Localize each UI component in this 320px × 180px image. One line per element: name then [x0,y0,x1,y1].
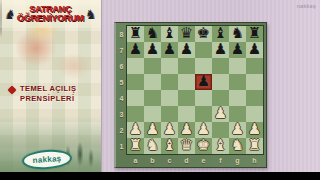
dvd-cover-panel: ♞ SATRANÇ ÖĞRENİYORUM ♞ TEMEL AÇILIŞ PRE… [0,0,102,174]
square-g8[interactable]: ♞ [229,26,246,42]
square-b3[interactable] [144,106,161,122]
black-pawn-piece: ♟ [231,42,244,57]
rank-label-4: 4 [116,90,127,106]
black-pawn-piece: ♟ [197,74,210,89]
file-label-f: f [212,154,229,167]
square-a7[interactable]: ♟ [127,42,144,58]
black-knight-piece: ♞ [146,26,159,41]
white-king-piece: ♚ [197,138,210,153]
square-f5[interactable] [212,74,229,90]
square-a4[interactable] [127,90,144,106]
square-d2[interactable]: ♟ [178,122,195,138]
black-pawn-piece: ♟ [146,42,159,57]
white-pawn-piece: ♟ [180,122,193,137]
letterbox-bar [0,172,320,180]
square-a6[interactable] [127,58,144,74]
black-pawn-piece: ♟ [248,42,261,57]
cover-subtitle-line1: TEMEL AÇILIŞ [20,84,76,94]
video-frame: ♞ SATRANÇ ÖĞRENİYORUM ♞ TEMEL AÇILIŞ PRE… [0,0,320,180]
square-a5[interactable] [127,74,144,90]
square-e4[interactable] [195,90,212,106]
rank-label-3: 3 [116,106,127,122]
square-a1[interactable]: ♜ [127,138,144,154]
file-label-d: d [178,154,195,167]
square-f3[interactable]: ♟ [212,106,229,122]
black-pawn-piece: ♟ [163,42,176,57]
knight-icon-right: ♞ [85,8,97,21]
square-f8[interactable]: ♝ [212,26,229,42]
black-pawn-piece: ♟ [180,42,193,57]
white-rook-piece: ♜ [248,138,261,153]
square-f7[interactable]: ♟ [212,42,229,58]
square-c1[interactable]: ♝ [161,138,178,154]
square-b4[interactable] [144,90,161,106]
black-knight-piece: ♞ [231,26,244,41]
square-b8[interactable]: ♞ [144,26,161,42]
square-d4[interactable] [178,90,195,106]
square-h2[interactable]: ♟ [246,122,263,138]
square-e3[interactable] [195,106,212,122]
square-h7[interactable]: ♟ [246,42,263,58]
square-c6[interactable] [161,58,178,74]
square-g6[interactable] [229,58,246,74]
square-a3[interactable] [127,106,144,122]
square-g3[interactable] [229,106,246,122]
square-h5[interactable] [246,74,263,90]
square-g5[interactable] [229,74,246,90]
square-h4[interactable] [246,90,263,106]
white-pawn-piece: ♟ [163,122,176,137]
square-e8[interactable]: ♚ [195,26,212,42]
square-b2[interactable]: ♟ [144,122,161,138]
square-c5[interactable] [161,74,178,90]
square-e1[interactable]: ♚ [195,138,212,154]
square-d8[interactable]: ♛ [178,26,195,42]
square-g4[interactable] [229,90,246,106]
square-d6[interactable] [178,58,195,74]
file-label-b: b [144,154,161,167]
square-d3[interactable] [178,106,195,122]
square-g1[interactable]: ♞ [229,138,246,154]
white-rook-piece: ♜ [129,138,142,153]
white-pawn-piece: ♟ [197,122,210,137]
white-pawn-piece: ♟ [146,122,159,137]
square-f6[interactable] [212,58,229,74]
chess-board: 87654321 ♜♞♝♛♚♝♞♜♟♟♟♟♟♟♟♟♟♟♟♟♟♟♟♟♜♞♝♛♚♝♞… [114,22,267,168]
square-b5[interactable] [144,74,161,90]
rank-labels: 87654321 [116,26,127,154]
black-queen-piece: ♛ [180,26,193,41]
square-f2[interactable] [212,122,229,138]
publisher-logo-text: nakkaş [32,154,61,165]
square-b6[interactable] [144,58,161,74]
square-c8[interactable]: ♝ [161,26,178,42]
square-f4[interactable] [212,90,229,106]
rank-label-8: 8 [116,26,127,42]
square-c3[interactable] [161,106,178,122]
rank-label-6: 6 [116,58,127,74]
square-h6[interactable] [246,58,263,74]
square-e5[interactable]: ♟ [195,74,212,90]
cover-subtitle-line2: PRENSİPLERİ [20,94,76,104]
square-b7[interactable]: ♟ [144,42,161,58]
square-h8[interactable]: ♜ [246,26,263,42]
square-f1[interactable]: ♝ [212,138,229,154]
watermark-text: nakkaş [297,3,316,10]
square-g2[interactable]: ♟ [229,122,246,138]
black-bishop-piece: ♝ [214,26,227,41]
white-pawn-piece: ♟ [214,106,227,121]
white-queen-piece: ♛ [180,138,193,153]
square-h1[interactable]: ♜ [246,138,263,154]
square-c7[interactable]: ♟ [161,42,178,58]
board-grid: ♜♞♝♛♚♝♞♜♟♟♟♟♟♟♟♟♟♟♟♟♟♟♟♟♜♞♝♛♚♝♞♜ [127,26,263,154]
file-label-c: c [161,154,178,167]
square-e7[interactable] [195,42,212,58]
cover-subtitle: TEMEL AÇILIŞ PRENSİPLERİ [9,84,76,104]
cover-title-line2: ÖĞRENİYORUM [17,14,84,23]
diamond-bullet-icon [8,86,16,94]
white-knight-piece: ♞ [146,138,159,153]
cover-title-band: ♞ SATRANÇ ÖĞRENİYORUM ♞ [0,0,101,28]
white-bishop-piece: ♝ [214,138,227,153]
square-h3[interactable] [246,106,263,122]
rank-label-5: 5 [116,74,127,90]
file-label-e: e [195,154,212,167]
square-e6[interactable] [195,58,212,74]
white-pawn-piece: ♟ [248,122,261,137]
rank-label-1: 1 [116,138,127,154]
file-label-h: h [246,154,263,167]
white-knight-piece: ♞ [231,138,244,153]
black-rook-piece: ♜ [129,26,142,41]
square-g7[interactable]: ♟ [229,42,246,58]
square-a8[interactable]: ♜ [127,26,144,42]
file-label-g: g [229,154,246,167]
square-c4[interactable] [161,90,178,106]
knight-icon-left: ♞ [4,8,16,21]
square-d7[interactable]: ♟ [178,42,195,58]
white-pawn-piece: ♟ [231,122,244,137]
white-bishop-piece: ♝ [163,138,176,153]
file-label-a: a [127,154,144,167]
square-c2[interactable]: ♟ [161,122,178,138]
cover-title: SATRANÇ ÖĞRENİYORUM [17,5,84,24]
square-a2[interactable]: ♟ [127,122,144,138]
square-b1[interactable]: ♞ [144,138,161,154]
square-e2[interactable]: ♟ [195,122,212,138]
black-pawn-piece: ♟ [214,42,227,57]
file-labels: abcdefgh [127,154,263,167]
black-rook-piece: ♜ [248,26,261,41]
square-d1[interactable]: ♛ [178,138,195,154]
black-bishop-piece: ♝ [163,26,176,41]
rank-label-7: 7 [116,42,127,58]
black-pawn-piece: ♟ [129,42,142,57]
square-d5[interactable] [178,74,195,90]
rank-label-2: 2 [116,122,127,138]
white-pawn-piece: ♟ [129,122,142,137]
black-king-piece: ♚ [197,26,210,41]
